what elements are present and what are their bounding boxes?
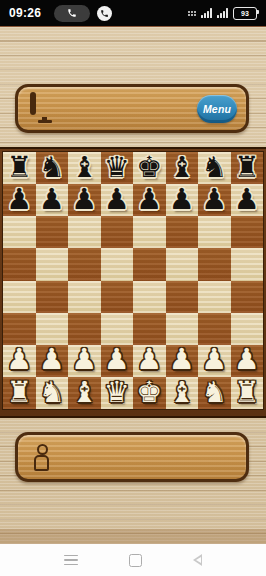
black-pawn[interactable]: ♟: [71, 185, 97, 214]
square-g3[interactable]: [198, 313, 231, 345]
wood-plank-seam: [0, 529, 266, 544]
square-b2[interactable]: ♟: [36, 345, 69, 377]
square-c6[interactable]: [68, 216, 101, 248]
square-f6[interactable]: [166, 216, 199, 248]
black-pawn[interactable]: ♟: [234, 185, 260, 214]
square-b1[interactable]: ♞: [36, 377, 69, 409]
square-c8[interactable]: ♝: [68, 152, 101, 184]
square-b8[interactable]: ♞: [36, 152, 69, 184]
square-g6[interactable]: [198, 216, 231, 248]
black-knight[interactable]: ♞: [39, 153, 65, 182]
phone-icon: [67, 8, 77, 18]
back-icon[interactable]: [193, 554, 202, 566]
square-h2[interactable]: ♟: [231, 345, 264, 377]
square-h5[interactable]: [231, 248, 264, 280]
square-d8[interactable]: ♛: [101, 152, 134, 184]
black-pawn[interactable]: ♟: [169, 185, 195, 214]
signal-bars-sim1-icon: [201, 8, 212, 18]
square-b4[interactable]: [36, 281, 69, 313]
square-e8[interactable]: ♚: [133, 152, 166, 184]
square-g2[interactable]: ♟: [198, 345, 231, 377]
white-rook[interactable]: ♜: [234, 378, 260, 407]
white-queen[interactable]: ♛: [104, 378, 130, 407]
square-g4[interactable]: [198, 281, 231, 313]
square-h4[interactable]: [231, 281, 264, 313]
square-a5[interactable]: [3, 248, 36, 280]
square-g8[interactable]: ♞: [198, 152, 231, 184]
square-d1[interactable]: ♛: [101, 377, 134, 409]
menu-button[interactable]: Menu: [197, 95, 237, 123]
person-icon: [33, 444, 51, 470]
home-icon[interactable]: [129, 554, 142, 567]
square-f4[interactable]: [166, 281, 199, 313]
square-b5[interactable]: [36, 248, 69, 280]
square-d6[interactable]: [101, 216, 134, 248]
black-bishop[interactable]: ♝: [169, 153, 195, 182]
white-pawn[interactable]: ♟: [136, 345, 162, 374]
square-e6[interactable]: [133, 216, 166, 248]
square-f8[interactable]: ♝: [166, 152, 199, 184]
square-d5[interactable]: [101, 248, 134, 280]
square-e2[interactable]: ♟: [133, 345, 166, 377]
white-king[interactable]: ♚: [136, 378, 162, 407]
white-pawn[interactable]: ♟: [104, 345, 130, 374]
square-e1[interactable]: ♚: [133, 377, 166, 409]
phone-call-circle-icon: [97, 6, 112, 21]
square-e7[interactable]: ♟: [133, 184, 166, 216]
square-a2[interactable]: ♟: [3, 345, 36, 377]
white-pawn[interactable]: ♟: [201, 345, 227, 374]
chess-app-screen: 09:26 93 Menu ♜♞♝♛♚♝♞♜♟♟♟♟: [0, 0, 266, 576]
black-pawn[interactable]: ♟: [6, 185, 32, 214]
recents-menu-icon[interactable]: [64, 555, 78, 566]
opponent-panel: Menu: [15, 84, 249, 133]
square-a7[interactable]: ♟: [3, 184, 36, 216]
square-g5[interactable]: [198, 248, 231, 280]
square-a4[interactable]: [3, 281, 36, 313]
square-d2[interactable]: ♟: [101, 345, 134, 377]
battery-icon: 93: [233, 7, 257, 20]
square-f7[interactable]: ♟: [166, 184, 199, 216]
square-c5[interactable]: [68, 248, 101, 280]
android-nav-bar: [0, 544, 266, 576]
white-bishop[interactable]: ♝: [169, 378, 195, 407]
white-bishop[interactable]: ♝: [71, 378, 97, 407]
black-knight[interactable]: ♞: [201, 153, 227, 182]
black-pawn[interactable]: ♟: [39, 185, 65, 214]
square-f5[interactable]: [166, 248, 199, 280]
square-b6[interactable]: [36, 216, 69, 248]
status-right-icons: 93: [188, 7, 257, 20]
square-d4[interactable]: [101, 281, 134, 313]
black-pawn[interactable]: ♟: [104, 185, 130, 214]
square-h7[interactable]: ♟: [231, 184, 264, 216]
black-rook[interactable]: ♜: [6, 153, 32, 182]
white-rook[interactable]: ♜: [6, 378, 32, 407]
white-pawn[interactable]: ♟: [6, 345, 32, 374]
square-g7[interactable]: ♟: [198, 184, 231, 216]
square-h1[interactable]: ♜: [231, 377, 264, 409]
white-pawn[interactable]: ♟: [39, 345, 65, 374]
square-a1[interactable]: ♜: [3, 377, 36, 409]
square-e3[interactable]: [133, 313, 166, 345]
white-pawn[interactable]: ♟: [234, 345, 260, 374]
white-pawn[interactable]: ♟: [71, 345, 97, 374]
computer-monitor-icon: [30, 95, 60, 123]
phone-call-pill-icon: [54, 5, 90, 22]
square-f2[interactable]: ♟: [166, 345, 199, 377]
clock-time: 09:26: [9, 6, 41, 20]
square-d3[interactable]: [101, 313, 134, 345]
black-king[interactable]: ♚: [136, 153, 162, 182]
square-c4[interactable]: [68, 281, 101, 313]
square-b7[interactable]: ♟: [36, 184, 69, 216]
network-indicator-icon: [188, 11, 196, 16]
signal-bars-sim2-icon: [217, 8, 228, 18]
square-c7[interactable]: ♟: [68, 184, 101, 216]
square-e4[interactable]: [133, 281, 166, 313]
square-h6[interactable]: [231, 216, 264, 248]
square-c1[interactable]: ♝: [68, 377, 101, 409]
square-a8[interactable]: ♜: [3, 152, 36, 184]
chess-board: ♜♞♝♛♚♝♞♜♟♟♟♟♟♟♟♟♟♟♟♟♟♟♟♟♜♞♝♛♚♝♞♜: [0, 147, 266, 418]
black-pawn[interactable]: ♟: [136, 185, 162, 214]
square-b3[interactable]: [36, 313, 69, 345]
square-d7[interactable]: ♟: [101, 184, 134, 216]
square-a6[interactable]: [3, 216, 36, 248]
square-c2[interactable]: ♟: [68, 345, 101, 377]
square-f3[interactable]: [166, 313, 199, 345]
phone-icon: [100, 9, 109, 18]
black-pawn[interactable]: ♟: [201, 185, 227, 214]
square-c3[interactable]: [68, 313, 101, 345]
white-pawn[interactable]: ♟: [169, 345, 195, 374]
square-h8[interactable]: ♜: [231, 152, 264, 184]
chess-board-grid: ♜♞♝♛♚♝♞♜♟♟♟♟♟♟♟♟♟♟♟♟♟♟♟♟♜♞♝♛♚♝♞♜: [3, 152, 263, 409]
player-panel: [15, 432, 249, 482]
square-a3[interactable]: [3, 313, 36, 345]
black-bishop[interactable]: ♝: [71, 153, 97, 182]
square-h3[interactable]: [231, 313, 264, 345]
status-bar: 09:26 93: [0, 0, 266, 26]
white-knight[interactable]: ♞: [201, 378, 227, 407]
black-queen[interactable]: ♛: [104, 153, 130, 182]
square-g1[interactable]: ♞: [198, 377, 231, 409]
white-knight[interactable]: ♞: [39, 378, 65, 407]
black-rook[interactable]: ♜: [234, 153, 260, 182]
square-e5[interactable]: [133, 248, 166, 280]
battery-percent: 93: [241, 10, 249, 17]
square-f1[interactable]: ♝: [166, 377, 199, 409]
